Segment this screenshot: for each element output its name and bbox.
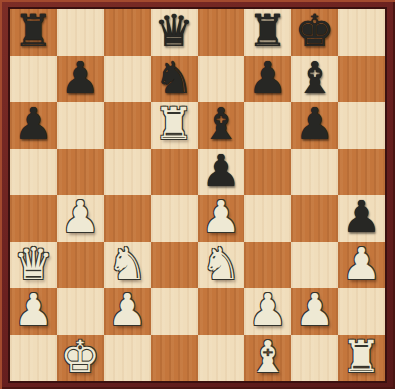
square-f6[interactable] xyxy=(244,102,291,149)
piece-white-rook[interactable]: ♜ xyxy=(154,102,193,146)
square-h4[interactable]: ♟ xyxy=(338,195,385,242)
square-d1[interactable] xyxy=(151,335,198,382)
square-h3[interactable]: ♟ xyxy=(338,242,385,289)
piece-white-king[interactable]: ♚ xyxy=(61,335,100,379)
piece-black-pawn[interactable]: ♟ xyxy=(295,102,334,146)
square-b4[interactable]: ♟ xyxy=(57,195,104,242)
square-f8[interactable]: ♜ xyxy=(244,9,291,56)
square-c5[interactable] xyxy=(104,149,151,196)
square-f2[interactable]: ♟ xyxy=(244,288,291,335)
piece-white-bishop[interactable]: ♝ xyxy=(248,335,287,379)
square-d7[interactable]: ♞ xyxy=(151,56,198,103)
square-h7[interactable] xyxy=(338,56,385,103)
piece-black-pawn[interactable]: ♟ xyxy=(14,102,53,146)
square-e8[interactable] xyxy=(198,9,245,56)
square-c6[interactable] xyxy=(104,102,151,149)
square-h2[interactable] xyxy=(338,288,385,335)
square-b7[interactable]: ♟ xyxy=(57,56,104,103)
piece-black-rook[interactable]: ♜ xyxy=(248,9,287,53)
square-h8[interactable] xyxy=(338,9,385,56)
board-frame: ♜♛♜♚♟♞♟♝♟♜♝♟♟♟♟♟♛♞♞♟♟♟♟♟♚♝♜ xyxy=(0,0,395,389)
square-d2[interactable] xyxy=(151,288,198,335)
piece-black-pawn[interactable]: ♟ xyxy=(61,56,100,100)
chess-board: ♜♛♜♚♟♞♟♝♟♜♝♟♟♟♟♟♛♞♞♟♟♟♟♟♚♝♜ xyxy=(10,9,385,381)
square-a5[interactable] xyxy=(10,149,57,196)
square-d3[interactable] xyxy=(151,242,198,289)
square-e3[interactable]: ♞ xyxy=(198,242,245,289)
square-f3[interactable] xyxy=(244,242,291,289)
square-e2[interactable] xyxy=(198,288,245,335)
piece-black-pawn[interactable]: ♟ xyxy=(201,149,240,193)
square-a3[interactable]: ♛ xyxy=(10,242,57,289)
piece-black-knight[interactable]: ♞ xyxy=(154,56,193,100)
square-c7[interactable] xyxy=(104,56,151,103)
piece-black-bishop[interactable]: ♝ xyxy=(201,102,240,146)
piece-white-pawn[interactable]: ♟ xyxy=(61,195,100,239)
square-b3[interactable] xyxy=(57,242,104,289)
piece-white-pawn[interactable]: ♟ xyxy=(295,288,334,332)
square-c8[interactable] xyxy=(104,9,151,56)
square-c3[interactable]: ♞ xyxy=(104,242,151,289)
piece-white-pawn[interactable]: ♟ xyxy=(14,288,53,332)
square-g7[interactable]: ♝ xyxy=(291,56,338,103)
piece-black-pawn[interactable]: ♟ xyxy=(342,195,381,239)
square-a4[interactable] xyxy=(10,195,57,242)
square-e7[interactable] xyxy=(198,56,245,103)
square-b2[interactable] xyxy=(57,288,104,335)
piece-black-queen[interactable]: ♛ xyxy=(154,9,193,53)
piece-white-knight[interactable]: ♞ xyxy=(107,242,146,286)
square-f4[interactable] xyxy=(244,195,291,242)
square-f5[interactable] xyxy=(244,149,291,196)
square-f1[interactable]: ♝ xyxy=(244,335,291,382)
square-b1[interactable]: ♚ xyxy=(57,335,104,382)
piece-white-rook[interactable]: ♜ xyxy=(342,335,381,379)
square-c2[interactable]: ♟ xyxy=(104,288,151,335)
square-d5[interactable] xyxy=(151,149,198,196)
square-b6[interactable] xyxy=(57,102,104,149)
piece-black-rook[interactable]: ♜ xyxy=(14,9,53,53)
square-e1[interactable] xyxy=(198,335,245,382)
square-b5[interactable] xyxy=(57,149,104,196)
square-g1[interactable] xyxy=(291,335,338,382)
piece-white-knight[interactable]: ♞ xyxy=(201,242,240,286)
square-g6[interactable]: ♟ xyxy=(291,102,338,149)
square-h6[interactable] xyxy=(338,102,385,149)
square-a6[interactable]: ♟ xyxy=(10,102,57,149)
piece-white-pawn[interactable]: ♟ xyxy=(342,242,381,286)
square-h5[interactable] xyxy=(338,149,385,196)
square-a2[interactable]: ♟ xyxy=(10,288,57,335)
square-g2[interactable]: ♟ xyxy=(291,288,338,335)
square-a8[interactable]: ♜ xyxy=(10,9,57,56)
piece-white-pawn[interactable]: ♟ xyxy=(107,288,146,332)
square-c4[interactable] xyxy=(104,195,151,242)
piece-white-queen[interactable]: ♛ xyxy=(14,242,53,286)
square-d4[interactable] xyxy=(151,195,198,242)
square-a1[interactable] xyxy=(10,335,57,382)
square-e5[interactable]: ♟ xyxy=(198,149,245,196)
square-e4[interactable]: ♟ xyxy=(198,195,245,242)
square-g4[interactable] xyxy=(291,195,338,242)
square-b8[interactable] xyxy=(57,9,104,56)
piece-black-pawn[interactable]: ♟ xyxy=(248,56,287,100)
square-g3[interactable] xyxy=(291,242,338,289)
square-d6[interactable]: ♜ xyxy=(151,102,198,149)
piece-white-pawn[interactable]: ♟ xyxy=(248,288,287,332)
piece-black-king[interactable]: ♚ xyxy=(295,9,334,53)
square-d8[interactable]: ♛ xyxy=(151,9,198,56)
square-g8[interactable]: ♚ xyxy=(291,9,338,56)
square-e6[interactable]: ♝ xyxy=(198,102,245,149)
square-c1[interactable] xyxy=(104,335,151,382)
square-a7[interactable] xyxy=(10,56,57,103)
square-f7[interactable]: ♟ xyxy=(244,56,291,103)
square-g5[interactable] xyxy=(291,149,338,196)
piece-black-bishop[interactable]: ♝ xyxy=(295,56,334,100)
square-h1[interactable]: ♜ xyxy=(338,335,385,382)
piece-white-pawn[interactable]: ♟ xyxy=(201,195,240,239)
